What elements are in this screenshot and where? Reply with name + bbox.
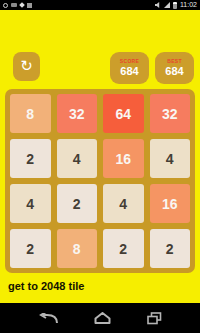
tile-r1c3-64: 64 — [103, 94, 144, 133]
tile-r3c2-2: 2 — [57, 184, 98, 223]
signal-icon — [164, 2, 170, 8]
mute-icon — [155, 2, 161, 8]
tile-r3c1-4: 4 — [10, 184, 51, 223]
score-panel: SCORE 684 BEST 684 — [110, 52, 194, 84]
tile-r2c4-4: 4 — [150, 139, 191, 178]
tile-r1c4-32: 32 — [150, 94, 191, 133]
phone-screen: 11:02 ↻ SCORE 684 BEST 684 8326432241644… — [0, 0, 200, 333]
game-header: ↻ SCORE 684 BEST 684 — [13, 52, 194, 85]
recents-button[interactable] — [147, 312, 162, 325]
system-status-icons: 11:02 — [155, 0, 197, 10]
goal-text: get to 2048 tile — [8, 280, 200, 292]
best-value: 684 — [165, 65, 183, 78]
score-value: 684 — [120, 65, 138, 78]
notification-icons — [3, 3, 32, 8]
status-bar: 11:02 — [0, 0, 200, 10]
best-box: BEST 684 — [155, 52, 194, 84]
tile-r4c1-2: 2 — [10, 229, 51, 268]
best-label: BEST — [167, 58, 182, 64]
tile-r2c3-16: 16 — [103, 139, 144, 178]
restart-icon: ↻ — [20, 57, 33, 75]
tile-r1c1-8: 8 — [10, 94, 51, 133]
clock: 11:02 — [180, 0, 197, 10]
tile-r2c2-4: 4 — [57, 139, 98, 178]
notification-card-icon — [11, 3, 17, 7]
home-button[interactable] — [94, 312, 111, 324]
back-button[interactable] — [38, 313, 58, 324]
notification-circle-icon — [3, 3, 8, 8]
tile-r3c3-4: 4 — [103, 184, 144, 223]
tile-r4c2-8: 8 — [57, 229, 98, 268]
tile-r3c4-16: 16 — [150, 184, 191, 223]
score-box: SCORE 684 — [110, 52, 149, 84]
tile-r4c4-2: 2 — [150, 229, 191, 268]
android-nav-bar — [0, 303, 200, 333]
home-icon — [94, 312, 111, 324]
recents-icon — [147, 312, 162, 325]
tile-r1c2-32: 32 — [57, 94, 98, 133]
board[interactable]: 832643224164424162822 — [5, 89, 195, 273]
tile-r4c3-2: 2 — [103, 229, 144, 268]
score-label: SCORE — [120, 58, 139, 64]
tile-r2c1-2: 2 — [10, 139, 51, 178]
battery-icon — [173, 2, 177, 9]
back-icon — [38, 313, 58, 324]
notification-app-icon — [27, 3, 32, 8]
notification-diamond-icon — [19, 2, 25, 8]
restart-button[interactable]: ↻ — [13, 52, 40, 81]
